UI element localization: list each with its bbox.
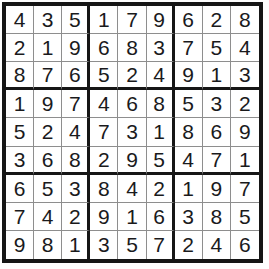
cell-r5c9[interactable]: 9 xyxy=(231,118,259,146)
cell-r1c3[interactable]: 5 xyxy=(62,6,90,34)
cell-r5c2[interactable]: 2 xyxy=(34,118,62,146)
cell-r7c3[interactable]: 3 xyxy=(62,175,90,203)
cell-r7c4[interactable]: 8 xyxy=(90,175,118,203)
cell-r5c8[interactable]: 6 xyxy=(203,118,231,146)
cell-r6c4[interactable]: 2 xyxy=(90,147,118,175)
cell-r8c5[interactable]: 1 xyxy=(118,203,146,231)
cell-r8c7[interactable]: 3 xyxy=(175,203,203,231)
cell-r4c4[interactable]: 4 xyxy=(90,90,118,118)
cell-r3c3[interactable]: 6 xyxy=(62,62,90,90)
cell-r5c7[interactable]: 8 xyxy=(175,118,203,146)
cell-r2c4[interactable]: 6 xyxy=(90,34,118,62)
cell-r8c1[interactable]: 7 xyxy=(6,203,34,231)
cell-r3c8[interactable]: 1 xyxy=(203,62,231,90)
cell-r5c6[interactable]: 1 xyxy=(147,118,175,146)
cell-r2c6[interactable]: 3 xyxy=(147,34,175,62)
cell-r3c6[interactable]: 4 xyxy=(147,62,175,90)
cell-r1c4[interactable]: 1 xyxy=(90,6,118,34)
sudoku-board: 4351796282196837548765249131974685325247… xyxy=(2,2,263,263)
cell-r2c5[interactable]: 8 xyxy=(118,34,146,62)
cell-r3c1[interactable]: 8 xyxy=(6,62,34,90)
cell-r2c8[interactable]: 5 xyxy=(203,34,231,62)
cell-r9c2[interactable]: 8 xyxy=(34,231,62,259)
cell-r1c7[interactable]: 6 xyxy=(175,6,203,34)
cell-r3c9[interactable]: 3 xyxy=(231,62,259,90)
cell-r5c3[interactable]: 4 xyxy=(62,118,90,146)
cell-r4c9[interactable]: 2 xyxy=(231,90,259,118)
cell-r9c3[interactable]: 1 xyxy=(62,231,90,259)
cell-r4c3[interactable]: 7 xyxy=(62,90,90,118)
cell-r2c3[interactable]: 9 xyxy=(62,34,90,62)
cell-r4c5[interactable]: 6 xyxy=(118,90,146,118)
cell-r7c5[interactable]: 4 xyxy=(118,175,146,203)
cell-r5c1[interactable]: 5 xyxy=(6,118,34,146)
cell-r7c2[interactable]: 5 xyxy=(34,175,62,203)
cell-r7c8[interactable]: 9 xyxy=(203,175,231,203)
cell-r4c6[interactable]: 8 xyxy=(147,90,175,118)
cell-r4c1[interactable]: 1 xyxy=(6,90,34,118)
cell-r7c1[interactable]: 6 xyxy=(6,175,34,203)
cell-r7c6[interactable]: 2 xyxy=(147,175,175,203)
cell-r6c8[interactable]: 7 xyxy=(203,147,231,175)
cell-r8c3[interactable]: 2 xyxy=(62,203,90,231)
cell-r8c2[interactable]: 4 xyxy=(34,203,62,231)
cell-r8c4[interactable]: 9 xyxy=(90,203,118,231)
cell-r9c4[interactable]: 3 xyxy=(90,231,118,259)
cell-r9c7[interactable]: 2 xyxy=(175,231,203,259)
cell-r9c6[interactable]: 7 xyxy=(147,231,175,259)
cell-r6c1[interactable]: 3 xyxy=(6,147,34,175)
cell-r1c2[interactable]: 3 xyxy=(34,6,62,34)
cell-r2c7[interactable]: 7 xyxy=(175,34,203,62)
cell-r9c5[interactable]: 5 xyxy=(118,231,146,259)
cell-r2c1[interactable]: 2 xyxy=(6,34,34,62)
cell-r1c5[interactable]: 7 xyxy=(118,6,146,34)
cell-r3c4[interactable]: 5 xyxy=(90,62,118,90)
cell-r3c5[interactable]: 2 xyxy=(118,62,146,90)
cell-r3c7[interactable]: 9 xyxy=(175,62,203,90)
cell-r8c6[interactable]: 6 xyxy=(147,203,175,231)
cell-r9c8[interactable]: 4 xyxy=(203,231,231,259)
cell-r3c2[interactable]: 7 xyxy=(34,62,62,90)
cell-r9c9[interactable]: 6 xyxy=(231,231,259,259)
cell-r4c2[interactable]: 9 xyxy=(34,90,62,118)
cell-r5c5[interactable]: 3 xyxy=(118,118,146,146)
cell-r1c6[interactable]: 9 xyxy=(147,6,175,34)
cell-r2c9[interactable]: 4 xyxy=(231,34,259,62)
cell-r4c7[interactable]: 5 xyxy=(175,90,203,118)
cell-r7c9[interactable]: 7 xyxy=(231,175,259,203)
cell-r8c8[interactable]: 8 xyxy=(203,203,231,231)
cell-r2c2[interactable]: 1 xyxy=(34,34,62,62)
cell-r6c9[interactable]: 1 xyxy=(231,147,259,175)
cell-r9c1[interactable]: 9 xyxy=(6,231,34,259)
cell-r6c7[interactable]: 4 xyxy=(175,147,203,175)
cell-r1c8[interactable]: 2 xyxy=(203,6,231,34)
cell-r6c2[interactable]: 6 xyxy=(34,147,62,175)
cell-r1c9[interactable]: 8 xyxy=(231,6,259,34)
cell-r6c3[interactable]: 8 xyxy=(62,147,90,175)
cell-r6c5[interactable]: 9 xyxy=(118,147,146,175)
cell-r7c7[interactable]: 1 xyxy=(175,175,203,203)
cell-r4c8[interactable]: 3 xyxy=(203,90,231,118)
cell-r1c1[interactable]: 4 xyxy=(6,6,34,34)
cell-r6c6[interactable]: 5 xyxy=(147,147,175,175)
cell-r5c4[interactable]: 7 xyxy=(90,118,118,146)
cell-r8c9[interactable]: 5 xyxy=(231,203,259,231)
